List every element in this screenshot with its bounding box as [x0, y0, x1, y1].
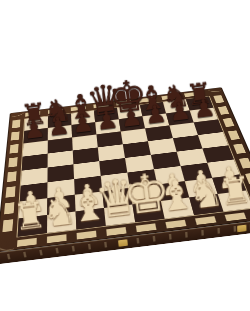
frame-ornament — [208, 88, 221, 92]
board-square — [47, 179, 74, 198]
frame-ornament — [11, 111, 25, 117]
board-square: ♚ — [132, 201, 164, 222]
board-square — [127, 169, 157, 188]
brass-hinge — [118, 239, 128, 247]
product-photo: ♜♞♝♛♚♝♞♜♟♟♟♟♟♟♟♟♟♟♟♟♟♟♟♟♜♞♝♛♚♝♞♜ — [0, 0, 250, 311]
brass-clasp — [237, 225, 246, 233]
chess-board: ♜♞♝♛♚♝♞♜♟♟♟♟♟♟♟♟♟♟♟♟♟♟♟♟♜♞♝♛♚♝♞♜ — [18, 96, 250, 236]
board-frame: ♜♞♝♛♚♝♞♜♟♟♟♟♟♟♟♟♟♟♟♟♟♟♟♟♜♞♝♛♚♝♞♜ — [0, 87, 250, 252]
board-square — [98, 144, 125, 161]
board-square — [20, 182, 48, 201]
board-square: ♛ — [104, 205, 135, 226]
board-square: ♞ — [47, 212, 76, 234]
board-square — [151, 152, 181, 170]
board-square: ♜ — [218, 191, 250, 212]
board-square: ♝ — [76, 208, 106, 229]
board-square: ♟ — [23, 128, 47, 143]
board-square: ♝ — [161, 198, 194, 219]
chess-box: ♜♞♝♛♚♝♞♜♟♟♟♟♟♟♟♟♟♟♟♟♟♟♟♟♜♞♝♛♚♝♞♜ — [0, 87, 250, 252]
board-square: ♟ — [185, 178, 218, 198]
board-square: ♟ — [19, 198, 48, 218]
board-square — [123, 141, 151, 158]
board-square: ♟ — [157, 181, 189, 201]
board-square: ♜ — [18, 215, 48, 237]
